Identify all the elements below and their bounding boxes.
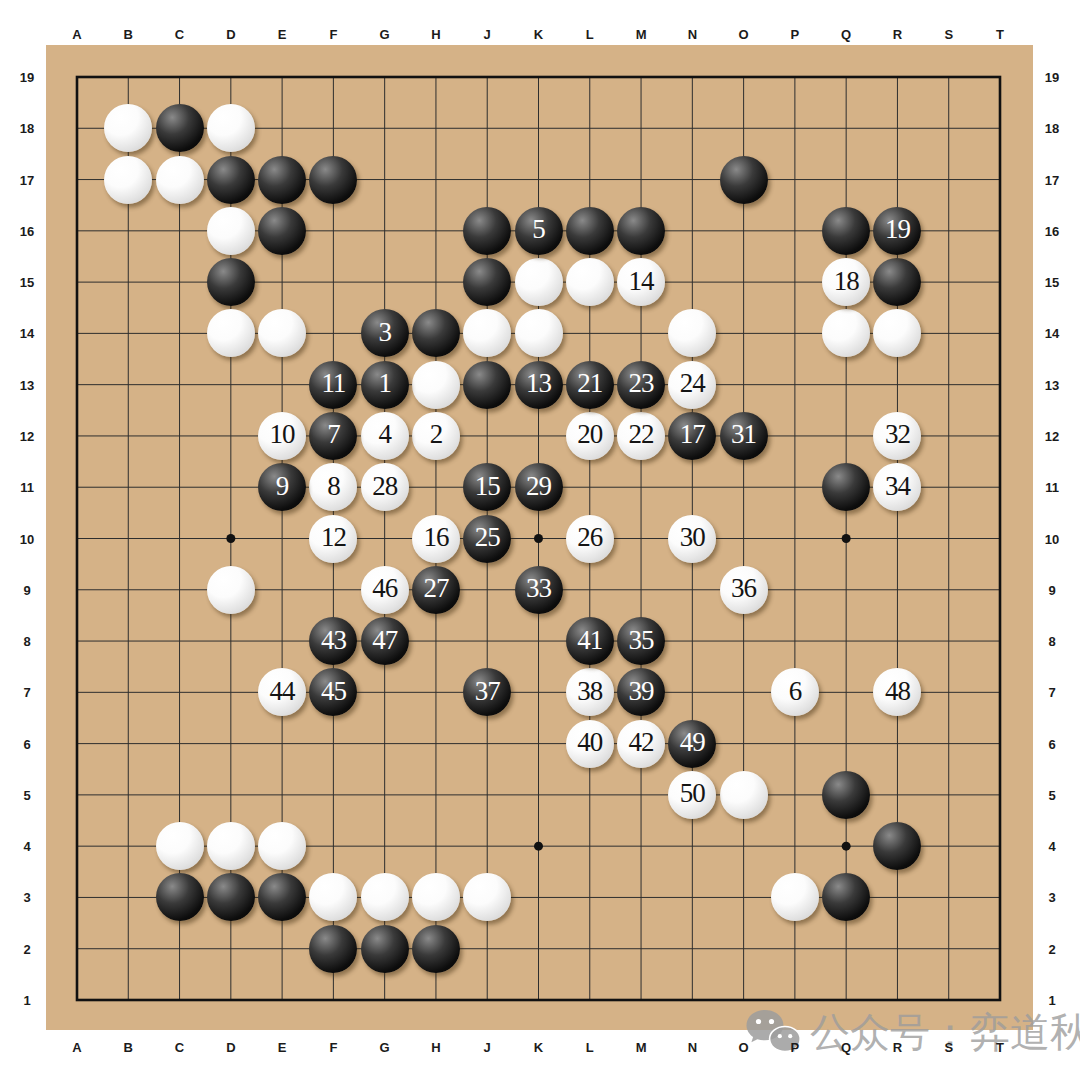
row-label-left-7: 7 (23, 686, 30, 699)
row-label-right-1: 1 (1048, 994, 1055, 1007)
move-number: 35 (629, 627, 654, 654)
row-label-left-10: 10 (20, 532, 34, 545)
col-label-bottom-F: F (329, 1041, 337, 1054)
row-label-right-8: 8 (1048, 635, 1055, 648)
move-number: 49 (680, 729, 705, 756)
stone-black-G8: 47 (361, 617, 409, 665)
stone-black-Q16 (822, 207, 870, 255)
col-label-bottom-G: G (380, 1041, 390, 1054)
row-label-right-17: 17 (1045, 173, 1059, 186)
move-number: 14 (629, 268, 654, 295)
move-number: 39 (629, 678, 654, 705)
move-number: 7 (327, 421, 340, 448)
stone-white-B17 (104, 156, 152, 204)
stone-white-Q15: 18 (822, 258, 870, 306)
stone-black-M16 (617, 207, 665, 255)
col-label-bottom-D: D (226, 1041, 235, 1054)
row-label-left-1: 1 (23, 994, 30, 1007)
row-label-left-5: 5 (23, 788, 30, 801)
row-label-left-11: 11 (20, 481, 34, 494)
stone-white-L6: 40 (566, 720, 614, 768)
move-number: 40 (577, 729, 602, 756)
move-number: 46 (372, 575, 397, 602)
move-number: 50 (680, 780, 705, 807)
col-label-bottom-C: C (175, 1041, 184, 1054)
move-number: 36 (731, 575, 756, 602)
stone-black-L8: 41 (566, 617, 614, 665)
stone-black-L16 (566, 207, 614, 255)
stone-white-M12: 22 (617, 412, 665, 460)
row-label-right-5: 5 (1048, 788, 1055, 801)
stone-white-L7: 38 (566, 668, 614, 716)
move-number: 16 (423, 524, 448, 551)
move-number: 33 (526, 575, 551, 602)
move-number: 42 (629, 729, 654, 756)
stone-black-L13: 21 (566, 361, 614, 409)
move-number: 48 (885, 678, 910, 705)
row-label-right-18: 18 (1045, 122, 1059, 135)
move-number: 22 (629, 421, 654, 448)
col-label-top-A: A (72, 28, 81, 41)
col-label-bottom-A: A (72, 1041, 81, 1054)
stone-white-E12: 10 (258, 412, 306, 460)
col-label-bottom-O: O (739, 1041, 749, 1054)
stone-white-D9 (207, 566, 255, 614)
col-label-bottom-T: T (996, 1041, 1004, 1054)
move-number: 1 (378, 370, 391, 397)
stone-black-K9: 33 (515, 566, 563, 614)
col-label-top-C: C (175, 28, 184, 41)
stone-white-O5 (720, 771, 768, 819)
stone-black-H2 (412, 925, 460, 973)
stone-black-H14 (412, 309, 460, 357)
row-label-right-9: 9 (1048, 583, 1055, 596)
col-label-top-P: P (791, 28, 800, 41)
row-label-left-17: 17 (20, 173, 34, 186)
move-number: 37 (475, 678, 500, 705)
row-label-left-9: 9 (23, 583, 30, 596)
stone-black-G13: 1 (361, 361, 409, 409)
col-label-bottom-S: S (944, 1041, 953, 1054)
stone-black-D17 (207, 156, 255, 204)
row-label-right-13: 13 (1045, 378, 1059, 391)
stone-white-G9: 46 (361, 566, 409, 614)
stone-white-E4 (258, 822, 306, 870)
col-label-top-D: D (226, 28, 235, 41)
stone-black-R16: 19 (873, 207, 921, 255)
col-label-top-M: M (636, 28, 647, 41)
row-label-right-12: 12 (1045, 429, 1059, 442)
row-label-left-6: 6 (23, 737, 30, 750)
move-number: 19 (885, 216, 910, 243)
stone-white-G11: 28 (361, 463, 409, 511)
stone-white-H12: 2 (412, 412, 460, 460)
move-number: 45 (321, 678, 346, 705)
row-label-right-4: 4 (1048, 840, 1055, 853)
move-number: 21 (577, 370, 602, 397)
move-number: 17 (680, 421, 705, 448)
row-label-left-4: 4 (23, 840, 30, 853)
row-label-left-3: 3 (23, 891, 30, 904)
row-label-right-19: 19 (1045, 71, 1059, 84)
stone-black-E11: 9 (258, 463, 306, 511)
col-label-top-B: B (124, 28, 133, 41)
move-number: 8 (327, 473, 340, 500)
move-number: 31 (731, 421, 756, 448)
move-number: 24 (680, 370, 705, 397)
stone-white-P3 (771, 873, 819, 921)
move-number: 12 (321, 524, 346, 551)
stone-white-H10: 16 (412, 515, 460, 563)
row-label-left-2: 2 (23, 942, 30, 955)
stone-white-C4 (156, 822, 204, 870)
stone-white-P7: 6 (771, 668, 819, 716)
move-number: 38 (577, 678, 602, 705)
stone-black-H9: 27 (412, 566, 460, 614)
col-label-top-J: J (484, 28, 491, 41)
row-label-left-15: 15 (20, 276, 34, 289)
move-number: 28 (372, 473, 397, 500)
stone-black-M13: 23 (617, 361, 665, 409)
row-label-left-8: 8 (23, 635, 30, 648)
move-number: 13 (526, 370, 551, 397)
stone-black-G2 (361, 925, 409, 973)
col-label-top-R: R (893, 28, 902, 41)
stone-black-F13: 11 (309, 361, 357, 409)
stone-white-K14 (515, 309, 563, 357)
col-label-top-Q: Q (841, 28, 851, 41)
stone-white-G12: 4 (361, 412, 409, 460)
row-label-right-6: 6 (1048, 737, 1055, 750)
stone-black-J10: 25 (463, 515, 511, 563)
col-label-bottom-P: P (791, 1041, 800, 1054)
stone-black-J16 (463, 207, 511, 255)
stone-black-F17 (309, 156, 357, 204)
stone-white-L15 (566, 258, 614, 306)
col-label-top-N: N (688, 28, 697, 41)
move-number: 6 (789, 678, 802, 705)
stone-black-J15 (463, 258, 511, 306)
stone-white-N13: 24 (668, 361, 716, 409)
col-label-top-E: E (278, 28, 287, 41)
stone-black-F12: 7 (309, 412, 357, 460)
move-number: 2 (430, 421, 443, 448)
stone-white-O9: 36 (720, 566, 768, 614)
row-label-left-13: 13 (20, 378, 34, 391)
col-label-top-S: S (944, 28, 953, 41)
stone-white-N5: 50 (668, 771, 716, 819)
move-number: 15 (475, 473, 500, 500)
move-number: 44 (270, 678, 295, 705)
stone-white-D4 (207, 822, 255, 870)
stone-white-M6: 42 (617, 720, 665, 768)
stone-white-D18 (207, 104, 255, 152)
move-number: 25 (475, 524, 500, 551)
stone-black-K16: 5 (515, 207, 563, 255)
move-number: 9 (276, 473, 289, 500)
stone-white-K15 (515, 258, 563, 306)
move-number: 20 (577, 421, 602, 448)
move-number: 32 (885, 421, 910, 448)
row-label-right-2: 2 (1048, 942, 1055, 955)
stone-black-M8: 35 (617, 617, 665, 665)
move-number: 18 (834, 268, 859, 295)
row-label-right-16: 16 (1045, 224, 1059, 237)
stone-black-E17 (258, 156, 306, 204)
stone-white-D16 (207, 207, 255, 255)
stone-black-E16 (258, 207, 306, 255)
stone-white-M15: 14 (617, 258, 665, 306)
move-number: 41 (577, 627, 602, 654)
stone-black-D3 (207, 873, 255, 921)
stone-black-G14: 3 (361, 309, 409, 357)
stone-white-G3 (361, 873, 409, 921)
col-label-bottom-M: M (636, 1041, 647, 1054)
move-number: 27 (423, 575, 448, 602)
col-label-bottom-N: N (688, 1041, 697, 1054)
col-label-bottom-K: K (534, 1041, 543, 1054)
stone-black-C3 (156, 873, 204, 921)
row-label-right-7: 7 (1048, 686, 1055, 699)
move-number: 47 (372, 627, 397, 654)
stone-black-F2 (309, 925, 357, 973)
col-label-bottom-H: H (431, 1041, 440, 1054)
move-number: 10 (270, 421, 295, 448)
col-label-top-L: L (586, 28, 594, 41)
col-label-top-G: G (380, 28, 390, 41)
move-number: 11 (321, 370, 345, 397)
col-label-bottom-Q: Q (841, 1041, 851, 1054)
move-number: 43 (321, 627, 346, 654)
move-number: 5 (532, 216, 545, 243)
col-label-bottom-R: R (893, 1041, 902, 1054)
col-label-top-O: O (739, 28, 749, 41)
stone-white-D14 (207, 309, 255, 357)
move-number: 29 (526, 473, 551, 500)
move-number: 3 (378, 319, 391, 346)
stone-white-H13 (412, 361, 460, 409)
col-label-top-K: K (534, 28, 543, 41)
row-label-right-11: 11 (1045, 481, 1059, 494)
stone-white-L10: 26 (566, 515, 614, 563)
move-number: 23 (629, 370, 654, 397)
row-label-left-19: 19 (20, 71, 34, 84)
move-number: 30 (680, 524, 705, 551)
col-label-top-T: T (996, 28, 1004, 41)
move-number: 34 (885, 473, 910, 500)
stone-black-J13 (463, 361, 511, 409)
row-label-left-18: 18 (20, 122, 34, 135)
move-number: 26 (577, 524, 602, 551)
col-label-bottom-E: E (278, 1041, 287, 1054)
col-label-bottom-B: B (124, 1041, 133, 1054)
col-label-top-F: F (329, 28, 337, 41)
row-label-left-12: 12 (20, 429, 34, 442)
row-label-right-3: 3 (1048, 891, 1055, 904)
stone-white-C17 (156, 156, 204, 204)
stone-black-O17 (720, 156, 768, 204)
col-label-bottom-J: J (484, 1041, 491, 1054)
stone-black-K13: 13 (515, 361, 563, 409)
col-label-bottom-L: L (586, 1041, 594, 1054)
stone-black-K11: 29 (515, 463, 563, 511)
stone-black-N6: 49 (668, 720, 716, 768)
stone-black-C18 (156, 104, 204, 152)
row-label-right-14: 14 (1045, 327, 1059, 340)
row-label-right-15: 15 (1045, 276, 1059, 289)
stone-white-F10: 12 (309, 515, 357, 563)
go-diagram-page: AABBCCDDEEFFGGHHJJKKLLMMNNOOPPQQRRSSTT19… (0, 0, 1080, 1080)
row-label-left-14: 14 (20, 327, 34, 340)
stone-black-Q5 (822, 771, 870, 819)
move-number: 4 (378, 421, 391, 448)
stone-white-L12: 20 (566, 412, 614, 460)
col-label-top-H: H (431, 28, 440, 41)
stone-black-N12: 17 (668, 412, 716, 460)
row-label-right-10: 10 (1045, 532, 1059, 545)
stone-black-D15 (207, 258, 255, 306)
stone-white-N10: 30 (668, 515, 716, 563)
stone-black-O12: 31 (720, 412, 768, 460)
row-label-left-16: 16 (20, 224, 34, 237)
